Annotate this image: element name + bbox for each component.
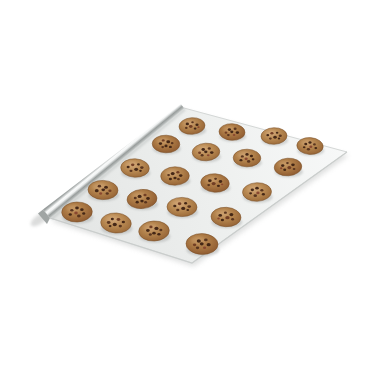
chocolate-chip: [146, 229, 150, 232]
chocolate-chip: [171, 172, 175, 175]
chocolate-chip: [127, 166, 130, 168]
chocolate-chip: [82, 212, 85, 214]
chocolate-chip: [221, 183, 223, 185]
chocolate-chip: [184, 202, 187, 204]
chocolate-chip: [293, 168, 296, 170]
chocolate-chip: [270, 132, 273, 135]
chocolate-chip: [176, 209, 179, 212]
cookie-body: [161, 167, 190, 186]
chocolate-chip: [187, 205, 191, 208]
chocolate-chip: [256, 192, 259, 195]
cookie-3: [261, 127, 288, 145]
cookie-sheet-scene: [0, 0, 365, 365]
chocolate-chip: [217, 217, 220, 219]
chocolate-chip: [197, 239, 201, 242]
chocolate-chip: [225, 132, 228, 134]
chocolate-chip: [283, 169, 286, 171]
cookie-12: [242, 182, 272, 203]
chocolate-chip: [241, 155, 244, 157]
chocolate-chip: [149, 233, 152, 235]
chocolate-chip: [189, 125, 193, 128]
chocolate-chip: [143, 194, 146, 197]
chocolate-chip: [304, 143, 307, 145]
chocolate-chip: [161, 146, 164, 148]
chocolate-chip: [176, 171, 179, 173]
chocolate-chip: [214, 178, 217, 180]
chocolate-chip: [186, 209, 189, 211]
chocolate-chip: [169, 146, 172, 148]
chocolate-chip: [212, 182, 216, 185]
chocolate-chip: [169, 178, 172, 180]
chocolate-chip: [250, 155, 253, 158]
chocolate-chip: [227, 134, 230, 136]
chocolate-chip: [221, 219, 224, 222]
chocolate-chip: [113, 223, 117, 226]
chocolate-chip: [119, 225, 122, 228]
chocolate-chip: [201, 148, 205, 151]
chocolate-chip: [249, 192, 252, 194]
chocolate-chip: [308, 141, 311, 144]
chocolate-chip: [154, 227, 158, 230]
chocolate-chip: [95, 189, 99, 192]
chocolate-chip: [144, 201, 147, 203]
chocolate-chip: [269, 137, 272, 139]
chocolate-chip: [286, 162, 289, 164]
chocolate-chip: [122, 221, 125, 224]
chocolate-chip: [279, 134, 282, 137]
chocolate-chip: [197, 126, 199, 128]
chocolate-chip: [106, 192, 109, 195]
chocolate-chip: [260, 189, 263, 191]
chocolate-chip: [247, 160, 250, 163]
chocolate-chip: [245, 153, 248, 156]
chocolate-chip: [77, 214, 81, 217]
chocolate-chip: [99, 192, 102, 194]
chocolate-chip: [131, 163, 134, 166]
chocolate-chip: [207, 154, 210, 156]
chocolate-chip: [146, 197, 150, 200]
chocolate-chip: [101, 188, 105, 191]
chocolate-chip: [313, 143, 316, 145]
chocolate-chip: [225, 216, 229, 219]
chocolate-chip: [134, 197, 137, 199]
chocolate-chip: [251, 189, 254, 192]
chocolate-chip: [111, 218, 114, 220]
chocolate-chip: [208, 179, 212, 182]
chocolate-chip: [129, 170, 132, 172]
cookie-sheet-product-photo: [0, 0, 365, 365]
chocolate-chip: [159, 142, 162, 145]
chocolate-chip: [173, 205, 176, 208]
chocolate-chip: [191, 121, 194, 123]
chocolate-chip: [137, 163, 140, 165]
cookie-body: [261, 127, 288, 144]
chocolate-chip: [266, 134, 269, 136]
chocolate-chip: [70, 209, 73, 212]
chocolate-chip: [303, 146, 306, 148]
chocolate-chip: [162, 139, 165, 141]
chocolate-chip: [196, 246, 199, 249]
chocolate-chip: [217, 185, 220, 187]
chocolate-chip: [107, 221, 111, 224]
chocolate-chip: [152, 232, 155, 235]
chocolate-chip: [255, 187, 259, 190]
cookie-10: [161, 167, 191, 187]
chocolate-chip: [239, 159, 242, 161]
chocolate-chip: [108, 190, 111, 193]
chocolate-chip: [230, 131, 233, 134]
chocolate-chip: [273, 136, 277, 139]
chocolate-chip: [245, 158, 248, 161]
chocolate-chip: [134, 168, 138, 171]
chocolate-chip: [208, 147, 211, 150]
chocolate-chip: [74, 212, 77, 215]
chocolate-chip: [236, 131, 239, 134]
chocolate-chip: [204, 238, 208, 241]
chocolate-chip: [171, 142, 174, 144]
chocolate-chip: [253, 194, 257, 197]
chocolate-chip: [75, 206, 79, 209]
chocolate-chip: [218, 214, 222, 217]
chocolate-chip: [109, 225, 112, 227]
chocolate-chip: [228, 128, 231, 131]
chocolate-chip: [149, 226, 152, 229]
chocolate-chip: [159, 229, 162, 231]
cookie-17: [61, 201, 93, 223]
chocolate-chip: [177, 178, 180, 180]
chocolate-chip: [157, 233, 160, 236]
chocolate-chip: [117, 218, 121, 221]
chocolate-chip: [139, 170, 142, 172]
chocolate-chip: [280, 167, 282, 169]
chocolate-chip: [140, 200, 143, 203]
chocolate-chip: [207, 184, 210, 186]
chocolate-chip: [195, 123, 198, 126]
chocolate-chip: [219, 180, 222, 183]
chocolate-chip: [185, 127, 188, 129]
chocolate-chip: [229, 213, 233, 216]
chocolate-chip: [166, 140, 170, 143]
chocolate-chip: [224, 211, 227, 213]
chocolate-chip: [198, 152, 201, 154]
chocolate-chip: [204, 151, 207, 154]
chocolate-chip: [136, 201, 139, 204]
chocolate-chip: [173, 177, 176, 180]
chocolate-chip: [276, 132, 279, 134]
chocolate-chip: [167, 174, 170, 176]
chocolate-chip: [69, 213, 72, 216]
chocolate-chip: [231, 218, 234, 220]
chocolate-chip: [179, 174, 182, 177]
chocolate-chip: [201, 154, 204, 156]
chocolate-chip: [104, 186, 108, 189]
chocolate-chip: [140, 166, 143, 169]
chocolate-chip: [307, 148, 310, 151]
chocolate-chip: [80, 208, 83, 211]
chocolate-chip: [200, 242, 204, 245]
chocolate-chip: [207, 243, 211, 246]
chocolate-chip: [309, 146, 312, 148]
chocolate-chip: [233, 134, 236, 136]
chocolate-chip: [281, 164, 284, 167]
chocolate-chip: [252, 158, 255, 160]
chocolate-chip: [262, 193, 265, 195]
chocolate-chip: [287, 166, 291, 169]
cookie-body: [167, 197, 197, 217]
chocolate-chip: [178, 202, 182, 205]
chocolate-chip: [203, 247, 206, 250]
chocolate-chip: [278, 138, 280, 140]
chocolate-chip: [181, 207, 185, 210]
chocolate-chip: [186, 123, 189, 126]
chocolate-chip: [234, 128, 237, 130]
chocolate-chip: [291, 163, 295, 166]
chocolate-chip: [314, 147, 317, 149]
chocolate-chip: [164, 145, 167, 148]
chocolate-chip: [194, 127, 197, 129]
chocolate-chip: [98, 185, 101, 188]
chocolate-chip: [193, 243, 196, 246]
chocolate-chip: [210, 151, 214, 154]
chocolate-chip: [138, 195, 142, 198]
